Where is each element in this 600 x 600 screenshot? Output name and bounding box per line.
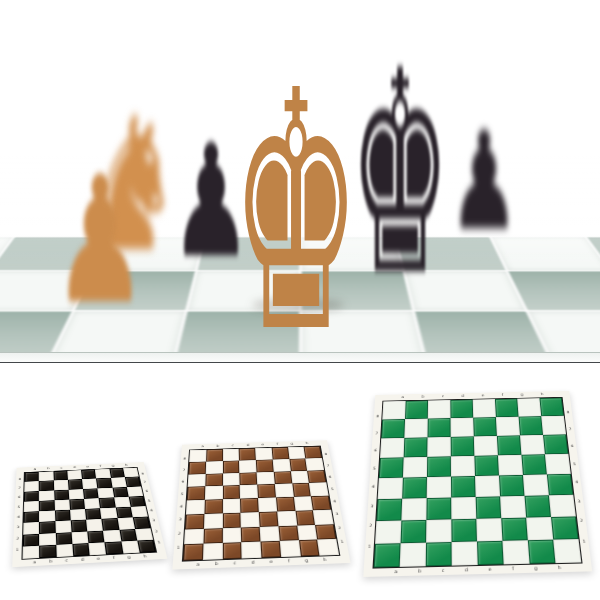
coordinate-label: 8 — [183, 458, 186, 461]
mat-green: abcdefghabcdefgh8765432187654321 — [363, 391, 592, 577]
coordinate-label: 6 — [571, 445, 574, 449]
mat-square — [257, 484, 275, 498]
coordinate-label: h — [323, 558, 327, 562]
mat-square — [293, 496, 313, 510]
coordinate-label: a — [34, 468, 37, 471]
mat-square — [205, 461, 222, 474]
mat-square — [88, 542, 106, 555]
mat-square — [290, 470, 309, 483]
coordinate-label: a — [394, 570, 397, 575]
mat-square — [451, 476, 476, 498]
coordinate-label: 7 — [18, 487, 21, 490]
mat-square — [426, 519, 451, 542]
mat-square — [23, 522, 39, 534]
mat-square — [275, 484, 294, 498]
mat-square — [257, 471, 275, 484]
mat-square — [103, 529, 121, 542]
coordinate-label: h — [125, 464, 128, 467]
mat-square — [205, 473, 222, 486]
mat-square — [451, 418, 474, 437]
mat-square — [23, 545, 40, 558]
mat-square — [547, 474, 573, 495]
mat-square — [497, 435, 522, 455]
coordinate-label: h — [305, 442, 308, 445]
mat-square — [400, 543, 426, 567]
mat-square — [86, 519, 103, 531]
mat-square — [186, 500, 205, 515]
mat-green-grid — [372, 397, 582, 569]
mat-square — [496, 417, 520, 436]
mat-square — [133, 517, 151, 529]
coordinate-label: 2 — [155, 530, 159, 534]
coordinate-label: f — [512, 567, 514, 572]
coordinate-label: g — [305, 559, 309, 563]
coordinate-label: f — [288, 559, 290, 563]
coordinate-label: 3 — [578, 500, 581, 504]
mat-square — [525, 495, 552, 517]
mat-square — [241, 512, 260, 527]
coordinate-label: 5 — [331, 488, 334, 491]
mat-square — [276, 497, 295, 511]
mat-square — [523, 474, 549, 495]
coordinate-label: e — [97, 557, 101, 561]
mat-square — [271, 447, 289, 459]
mat-square — [476, 518, 502, 541]
mat-square — [450, 400, 473, 419]
coordinate-label: 2 — [16, 537, 19, 541]
mat-square — [85, 508, 102, 520]
mat-square — [549, 495, 576, 517]
mat-square — [426, 498, 451, 520]
mat-square — [184, 528, 204, 544]
mat-square — [260, 541, 280, 558]
mat-square — [241, 526, 260, 542]
coordinate-label: 6 — [145, 490, 148, 493]
coordinate-label: 8 — [567, 411, 570, 414]
mat-square — [402, 477, 427, 499]
coordinate-label: f — [113, 556, 115, 560]
mat-square — [304, 446, 322, 458]
mat-square — [520, 435, 545, 455]
mat-square — [428, 400, 451, 419]
mat-square — [289, 458, 307, 471]
mat-square — [498, 455, 523, 476]
coordinate-label: 6 — [18, 496, 21, 499]
mat-square — [222, 499, 240, 514]
coordinate-label: e — [86, 466, 89, 469]
mat-square — [403, 457, 427, 478]
mat-square — [55, 532, 72, 545]
coordinate-label: a — [196, 563, 199, 567]
white-king-piece: ♚ — [231, 48, 361, 363]
mat-square — [223, 460, 240, 473]
coordinate-label: b — [49, 560, 52, 564]
mat-square — [278, 525, 298, 541]
mat-square — [376, 499, 402, 521]
mat-square — [84, 498, 100, 509]
mat-square — [130, 506, 147, 517]
mat-square — [188, 474, 206, 487]
black-pawn-right-piece: ♟ — [449, 114, 519, 249]
mat-square — [553, 539, 581, 563]
mat-square — [273, 471, 291, 484]
coordinate-label: 7 — [143, 481, 146, 484]
coordinate-label: 8 — [325, 453, 328, 456]
coordinate-label: a — [201, 445, 204, 448]
mat-square — [39, 521, 55, 533]
mat-square — [404, 419, 427, 438]
coordinate-label: 2 — [580, 519, 584, 523]
mat-black-grid — [21, 467, 157, 560]
coordinate-label: 6 — [182, 480, 185, 483]
mat-black: abcdefghabcdefgh8765432187654321 — [12, 462, 167, 567]
mat-square — [56, 544, 73, 557]
mat-square — [239, 448, 256, 460]
mat-square — [71, 531, 88, 544]
mat-square — [222, 473, 239, 486]
mat-square — [401, 498, 426, 520]
coordinate-label: d — [251, 561, 254, 565]
coordinate-label: b — [418, 569, 421, 574]
coordinate-label: e — [270, 560, 273, 564]
coordinate-label: 7 — [375, 432, 378, 436]
coordinate-label: 1 — [177, 546, 180, 550]
mat-square — [183, 544, 203, 561]
mat-square — [426, 542, 452, 566]
coordinate-label: b — [422, 395, 425, 398]
mat-square — [517, 398, 541, 417]
mat-square — [380, 438, 404, 458]
mats-row: abcdefghabcdefgh8765432187654321 abcdefg… — [0, 363, 600, 600]
coordinate-label: c — [60, 467, 62, 470]
mat-square — [55, 521, 71, 533]
mat-square — [280, 540, 301, 557]
mat-square — [379, 457, 404, 478]
mat-square — [255, 448, 272, 460]
mat-square — [502, 540, 529, 564]
mat-square — [137, 540, 156, 553]
mat-square — [295, 510, 315, 525]
mat-square — [451, 456, 475, 477]
mat-square — [189, 450, 206, 462]
coordinate-label: e — [488, 567, 491, 572]
mat-square — [475, 475, 500, 497]
mat-square — [105, 541, 123, 554]
mat-square — [476, 496, 502, 518]
coordinate-label: c — [232, 444, 234, 447]
mat-square — [315, 524, 336, 540]
mat-square — [87, 530, 104, 543]
coordinate-label: 2 — [369, 524, 372, 528]
mat-square — [519, 416, 543, 435]
mat-square — [545, 454, 571, 475]
coordinate-label: 7 — [569, 428, 572, 432]
coordinate-label: f — [277, 443, 279, 446]
coordinate-label: 3 — [152, 519, 156, 522]
mat-square — [39, 533, 55, 546]
mat-square — [298, 540, 319, 557]
coordinate-label: c — [233, 561, 236, 565]
coordinate-label: b — [216, 445, 219, 448]
coordinate-label: 4 — [372, 486, 375, 490]
coordinate-label: 3 — [17, 526, 20, 530]
coordinate-label: 3 — [179, 518, 182, 522]
mat-square — [258, 497, 277, 511]
coordinate-label: h — [541, 393, 544, 396]
coordinate-label: g — [290, 442, 293, 445]
mat-square — [473, 417, 497, 436]
coordinate-label: 2 — [178, 532, 181, 536]
coordinate-label: g — [127, 555, 131, 559]
photo-scene: ♟ ♞ ♟ ♚ ♚ ♟ — [0, 0, 600, 363]
mat-square — [260, 526, 280, 542]
mat-square — [374, 543, 401, 567]
coordinate-label: g — [534, 566, 537, 571]
mat-square — [239, 460, 256, 473]
coordinate-label: f — [100, 465, 102, 468]
mat-square — [311, 496, 331, 510]
mat-square — [381, 419, 405, 438]
mat-square — [54, 510, 70, 522]
mat-square — [474, 455, 499, 476]
coordinate-label: 7 — [182, 469, 185, 472]
mat-square — [222, 527, 241, 543]
mat-square — [404, 437, 428, 457]
coordinate-label: 5 — [573, 463, 576, 467]
mat-square — [240, 472, 258, 485]
coordinate-label: c — [442, 395, 444, 398]
mat-square — [501, 518, 528, 541]
mat-square — [427, 477, 451, 499]
coordinate-label: b — [47, 467, 50, 470]
mat-square — [428, 418, 451, 437]
mat-square — [72, 543, 90, 556]
mat-square — [222, 542, 242, 559]
coordinate-label: 3 — [370, 505, 373, 509]
mat-square — [277, 511, 297, 526]
mat-square — [259, 511, 278, 526]
mat-square — [473, 399, 496, 418]
mat-square — [313, 509, 334, 524]
mat-square — [71, 520, 88, 532]
mat-square — [474, 436, 498, 456]
coordinate-label: h — [558, 566, 562, 571]
coordinate-label: d — [246, 444, 249, 447]
mat-square — [477, 541, 504, 565]
coordinate-label: g — [112, 464, 115, 467]
mat-square — [222, 513, 241, 528]
mat-square — [205, 486, 223, 500]
mat-square — [405, 400, 428, 419]
coordinate-label: g — [521, 393, 524, 396]
mat-square — [495, 399, 519, 418]
mat-square — [427, 437, 451, 457]
mat-square — [297, 525, 318, 541]
mat-square — [452, 541, 478, 565]
coordinate-label: 4 — [17, 516, 20, 519]
coordinate-label: 4 — [180, 505, 183, 509]
coordinate-label: a — [401, 396, 404, 399]
mat-square — [240, 485, 258, 499]
coordinate-label: 2 — [338, 526, 342, 530]
mat-square — [185, 514, 204, 529]
chess-set-product-image[interactable]: ♟ ♞ ♟ ♚ ♚ ♟ abcdefghabcdefgh876543218765… — [0, 0, 600, 600]
mat-brown: abcdefghabcdefgh8765432187654321 — [172, 440, 350, 569]
mat-square — [100, 508, 117, 520]
mat-square — [39, 545, 56, 558]
mat-square — [256, 459, 274, 472]
mat-square — [451, 519, 477, 542]
mat-square — [526, 517, 553, 540]
mat-square — [541, 416, 566, 435]
coordinate-label: d — [73, 466, 76, 469]
white-pawn-piece: ♟ — [53, 153, 147, 328]
coordinate-label: b — [215, 562, 218, 566]
mat-square — [288, 447, 306, 459]
coordinate-label: e — [262, 443, 265, 446]
mat-square — [240, 498, 259, 513]
mat-square — [401, 520, 427, 543]
coordinate-label: c — [65, 559, 68, 563]
mat-square — [551, 516, 579, 539]
coordinate-label: 5 — [181, 493, 184, 496]
mat-square — [543, 434, 568, 454]
coordinate-label: a — [33, 561, 36, 565]
mat-square — [317, 539, 339, 556]
mat-square — [451, 436, 475, 456]
mat-square — [203, 543, 223, 560]
mat-square — [309, 482, 329, 496]
mat-square — [135, 528, 153, 541]
coordinate-label: d — [81, 558, 84, 562]
mat-square — [427, 456, 451, 477]
mat-square — [70, 509, 86, 521]
mat-square — [378, 478, 403, 500]
black-king-piece: ♚ — [350, 34, 450, 314]
coordinate-label: 1 — [16, 548, 19, 552]
mat-square — [539, 398, 563, 416]
mat-square — [451, 497, 476, 519]
mat-square — [499, 475, 525, 496]
coordinate-label: 5 — [373, 467, 376, 471]
mat-square — [528, 540, 556, 564]
mat-square — [223, 449, 240, 461]
mat-square — [375, 521, 401, 544]
coordinate-label: 1 — [157, 541, 161, 545]
mat-square — [307, 470, 326, 483]
mat-square — [24, 501, 39, 512]
coordinate-label: f — [502, 394, 504, 397]
mat-square — [203, 528, 222, 544]
mat-square — [23, 511, 39, 523]
coordinate-label: 5 — [147, 499, 151, 502]
mat-square — [206, 449, 223, 461]
mat-square — [39, 510, 55, 522]
coordinate-label: c — [442, 569, 445, 574]
mat-square — [382, 401, 405, 420]
mat-square — [204, 499, 222, 514]
coordinate-label: 1 — [368, 545, 371, 549]
coordinate-label: 6 — [329, 476, 332, 479]
mat-square — [188, 461, 205, 474]
mat-square — [102, 518, 119, 530]
coordinate-label: 4 — [150, 509, 154, 512]
coordinate-label: e — [482, 394, 485, 397]
coordinate-label: 1 — [582, 540, 586, 544]
mat-square — [69, 499, 85, 510]
coordinate-label: 6 — [374, 449, 377, 453]
mat-square — [292, 483, 311, 497]
coordinate-label: 5 — [17, 506, 20, 509]
coordinate-label: 4 — [333, 500, 337, 504]
coordinate-label: h — [143, 555, 147, 559]
mat-square — [222, 485, 240, 499]
mat-brown-grid — [182, 446, 340, 562]
coordinate-label: 8 — [376, 415, 379, 419]
mat-square — [521, 454, 546, 475]
coordinate-label: d — [465, 568, 468, 573]
coordinate-label: 8 — [141, 472, 144, 475]
mat-square — [23, 534, 39, 547]
mat-square — [241, 542, 261, 559]
mat-square — [500, 496, 526, 518]
mat-square — [187, 486, 205, 500]
mat-square — [305, 458, 324, 471]
coordinate-label: d — [462, 394, 465, 397]
mat-square — [272, 459, 290, 472]
coordinate-label: 4 — [575, 481, 578, 485]
coordinate-label: 8 — [19, 478, 22, 481]
coordinate-label: 1 — [340, 540, 344, 544]
coordinate-label: 7 — [327, 464, 330, 467]
mat-square — [204, 513, 223, 528]
coordinate-label: 3 — [335, 513, 339, 517]
